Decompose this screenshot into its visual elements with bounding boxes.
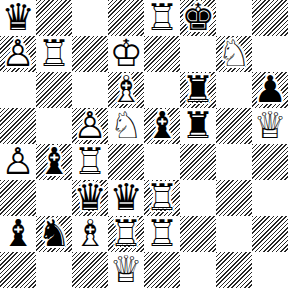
black-knight-icon: ♞ bbox=[36, 216, 72, 252]
square-c5[interactable]: ♟♙ bbox=[72, 108, 108, 144]
square-h6[interactable]: ♟♟ bbox=[252, 72, 288, 108]
black-king-icon: ♚ bbox=[180, 0, 216, 36]
square-d4[interactable] bbox=[108, 144, 144, 180]
white-queen-halo: ♛ bbox=[252, 108, 288, 144]
square-f8[interactable]: ♚♚ bbox=[180, 0, 216, 36]
square-e5[interactable]: ♝♝ bbox=[144, 108, 180, 144]
black-queen-halo: ♛ bbox=[72, 180, 108, 216]
square-c7[interactable] bbox=[72, 36, 108, 72]
white-king-icon: ♔ bbox=[108, 36, 144, 72]
square-b3[interactable] bbox=[36, 180, 72, 216]
square-a2[interactable]: ♝♝ bbox=[0, 216, 36, 252]
chess-board: ♛♛♜♖♚♚♟♙♜♖♚♔♞♘♝♗♜♜♟♟♟♙♞♘♝♝♜♜♛♕♟♙♝♝♜♖♛♛♛♛… bbox=[0, 0, 288, 288]
square-a8[interactable]: ♛♛ bbox=[0, 0, 36, 36]
square-e3[interactable]: ♜♖ bbox=[144, 180, 180, 216]
white-rook-halo: ♜ bbox=[108, 216, 144, 252]
black-queen-icon: ♛ bbox=[0, 0, 36, 36]
white-rook-icon: ♖ bbox=[144, 180, 180, 216]
square-d5[interactable]: ♞♘ bbox=[108, 108, 144, 144]
black-pawn-icon: ♟ bbox=[252, 72, 288, 108]
white-pawn-halo: ♟ bbox=[0, 144, 36, 180]
black-rook-halo: ♜ bbox=[180, 108, 216, 144]
square-f5[interactable]: ♜♜ bbox=[180, 108, 216, 144]
white-knight-icon: ♘ bbox=[108, 108, 144, 144]
white-rook-icon: ♖ bbox=[108, 216, 144, 252]
square-c6[interactable] bbox=[72, 72, 108, 108]
square-d2[interactable]: ♜♖ bbox=[108, 216, 144, 252]
white-queen-halo: ♛ bbox=[108, 252, 144, 288]
square-e1[interactable] bbox=[144, 252, 180, 288]
square-e8[interactable]: ♜♖ bbox=[144, 0, 180, 36]
square-g4[interactable] bbox=[216, 144, 252, 180]
square-g6[interactable] bbox=[216, 72, 252, 108]
square-b5[interactable] bbox=[36, 108, 72, 144]
square-g3[interactable] bbox=[216, 180, 252, 216]
square-a4[interactable]: ♟♙ bbox=[0, 144, 36, 180]
white-pawn-halo: ♟ bbox=[0, 36, 36, 72]
square-a5[interactable] bbox=[0, 108, 36, 144]
square-c8[interactable] bbox=[72, 0, 108, 36]
square-e4[interactable] bbox=[144, 144, 180, 180]
white-queen-icon: ♕ bbox=[108, 252, 144, 288]
square-b2[interactable]: ♞♞ bbox=[36, 216, 72, 252]
white-pawn-halo: ♟ bbox=[72, 108, 108, 144]
square-e2[interactable]: ♜♖ bbox=[144, 216, 180, 252]
square-a6[interactable] bbox=[0, 72, 36, 108]
white-rook-halo: ♜ bbox=[144, 216, 180, 252]
square-e6[interactable] bbox=[144, 72, 180, 108]
black-rook-halo: ♜ bbox=[180, 72, 216, 108]
square-g5[interactable] bbox=[216, 108, 252, 144]
square-h1[interactable] bbox=[252, 252, 288, 288]
square-d3[interactable]: ♛♛ bbox=[108, 180, 144, 216]
white-bishop-icon: ♗ bbox=[108, 72, 144, 108]
square-a1[interactable] bbox=[0, 252, 36, 288]
square-d6[interactable]: ♝♗ bbox=[108, 72, 144, 108]
white-pawn-icon: ♙ bbox=[0, 144, 36, 180]
white-rook-halo: ♜ bbox=[144, 0, 180, 36]
square-g2[interactable] bbox=[216, 216, 252, 252]
square-h4[interactable] bbox=[252, 144, 288, 180]
square-f2[interactable] bbox=[180, 216, 216, 252]
black-king-halo: ♚ bbox=[180, 0, 216, 36]
square-b8[interactable] bbox=[36, 0, 72, 36]
white-knight-icon: ♘ bbox=[216, 36, 252, 72]
square-h5[interactable]: ♛♕ bbox=[252, 108, 288, 144]
square-d1[interactable]: ♛♕ bbox=[108, 252, 144, 288]
square-c3[interactable]: ♛♛ bbox=[72, 180, 108, 216]
white-rook-halo: ♜ bbox=[144, 180, 180, 216]
square-c4[interactable]: ♜♖ bbox=[72, 144, 108, 180]
white-rook-icon: ♖ bbox=[72, 144, 108, 180]
white-rook-icon: ♖ bbox=[144, 216, 180, 252]
white-bishop-halo: ♝ bbox=[108, 72, 144, 108]
square-a3[interactable] bbox=[0, 180, 36, 216]
black-pawn-halo: ♟ bbox=[252, 72, 288, 108]
square-f3[interactable] bbox=[180, 180, 216, 216]
square-b6[interactable] bbox=[36, 72, 72, 108]
square-d8[interactable] bbox=[108, 0, 144, 36]
square-f4[interactable] bbox=[180, 144, 216, 180]
square-b1[interactable] bbox=[36, 252, 72, 288]
black-bishop-halo: ♝ bbox=[144, 108, 180, 144]
white-knight-halo: ♞ bbox=[108, 108, 144, 144]
white-knight-halo: ♞ bbox=[216, 36, 252, 72]
square-b4[interactable]: ♝♝ bbox=[36, 144, 72, 180]
square-a7[interactable]: ♟♙ bbox=[0, 36, 36, 72]
black-queen-icon: ♛ bbox=[72, 180, 108, 216]
square-h3[interactable] bbox=[252, 180, 288, 216]
white-bishop-icon: ♗ bbox=[72, 216, 108, 252]
square-f7[interactable] bbox=[180, 36, 216, 72]
black-queen-halo: ♛ bbox=[0, 0, 36, 36]
white-rook-icon: ♖ bbox=[36, 36, 72, 72]
square-c1[interactable] bbox=[72, 252, 108, 288]
black-bishop-icon: ♝ bbox=[36, 144, 72, 180]
square-e7[interactable] bbox=[144, 36, 180, 72]
square-g1[interactable] bbox=[216, 252, 252, 288]
black-bishop-halo: ♝ bbox=[0, 216, 36, 252]
square-b7[interactable]: ♜♖ bbox=[36, 36, 72, 72]
white-bishop-halo: ♝ bbox=[72, 216, 108, 252]
white-pawn-icon: ♙ bbox=[72, 108, 108, 144]
square-h7[interactable] bbox=[252, 36, 288, 72]
black-queen-halo: ♛ bbox=[108, 180, 144, 216]
square-f6[interactable]: ♜♜ bbox=[180, 72, 216, 108]
square-h8[interactable] bbox=[252, 0, 288, 36]
square-c2[interactable]: ♝♗ bbox=[72, 216, 108, 252]
square-f1[interactable] bbox=[180, 252, 216, 288]
black-queen-icon: ♛ bbox=[108, 180, 144, 216]
square-d7[interactable]: ♚♔ bbox=[108, 36, 144, 72]
black-rook-icon: ♜ bbox=[180, 108, 216, 144]
black-bishop-icon: ♝ bbox=[0, 216, 36, 252]
white-queen-icon: ♕ bbox=[252, 108, 288, 144]
black-rook-icon: ♜ bbox=[180, 72, 216, 108]
black-bishop-halo: ♝ bbox=[36, 144, 72, 180]
white-king-halo: ♚ bbox=[108, 36, 144, 72]
white-rook-icon: ♖ bbox=[144, 0, 180, 36]
white-rook-halo: ♜ bbox=[72, 144, 108, 180]
square-g7[interactable]: ♞♘ bbox=[216, 36, 252, 72]
square-g8[interactable] bbox=[216, 0, 252, 36]
black-knight-halo: ♞ bbox=[36, 216, 72, 252]
black-bishop-icon: ♝ bbox=[144, 108, 180, 144]
white-pawn-icon: ♙ bbox=[0, 36, 36, 72]
white-rook-halo: ♜ bbox=[36, 36, 72, 72]
square-h2[interactable] bbox=[252, 216, 288, 252]
